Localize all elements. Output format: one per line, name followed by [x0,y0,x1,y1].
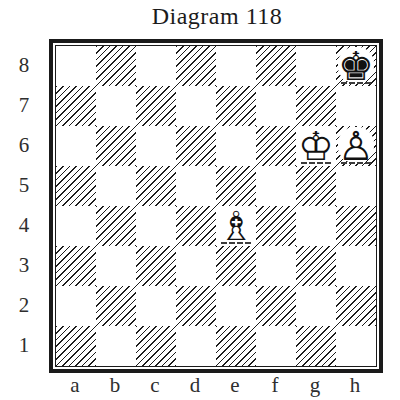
square-e1 [216,326,256,366]
square-g4 [296,206,336,246]
square-e4: ♗ [216,206,256,246]
square-g7 [296,86,336,126]
square-c2 [136,286,176,326]
square-h2 [336,286,376,326]
diagram-title: Diagram 118 [48,3,386,30]
square-g6: ♔ [296,126,336,166]
square-a2 [56,286,96,326]
rank-label-1: 1 [8,325,40,365]
square-f5 [256,166,296,206]
rank-label-4: 4 [8,205,40,245]
square-f2 [256,286,296,326]
square-c6 [136,126,176,166]
file-label-f: f [255,372,295,398]
square-b5 [96,166,136,206]
file-labels: abcdefgh [55,372,375,398]
square-c8 [136,46,176,86]
white-pawn: ♙ [338,126,374,166]
square-b8 [96,46,136,86]
square-e2 [216,286,256,326]
square-f6 [256,126,296,166]
square-g8 [296,46,336,86]
square-a3 [56,246,96,286]
rank-label-2: 2 [8,285,40,325]
square-c4 [136,206,176,246]
square-e7 [216,86,256,126]
rank-label-8: 8 [8,45,40,85]
square-b7 [96,86,136,126]
square-f1 [256,326,296,366]
file-label-c: c [135,372,175,398]
square-h7 [336,86,376,126]
square-c1 [136,326,176,366]
square-g3 [296,246,336,286]
square-d2 [176,286,216,326]
square-d4 [176,206,216,246]
square-f7 [256,86,296,126]
rank-label-5: 5 [8,165,40,205]
square-e3 [216,246,256,286]
square-b2 [96,286,136,326]
rank-labels: 87654321 [8,45,40,365]
file-label-d: d [175,372,215,398]
square-a6 [56,126,96,166]
file-label-b: b [95,372,135,398]
square-d5 [176,166,216,206]
square-d1 [176,326,216,366]
square-f4 [256,206,296,246]
file-label-e: e [215,372,255,398]
white-king: ♔ [298,126,334,166]
square-e8 [216,46,256,86]
square-e6 [216,126,256,166]
square-b6 [96,126,136,166]
square-b4 [96,206,136,246]
square-c7 [136,86,176,126]
diagram-page: Diagram 118 87654321 ♚♔♙♗ abcdefgh [0,0,400,400]
square-h5 [336,166,376,206]
square-d7 [176,86,216,126]
square-a4 [56,206,96,246]
rank-label-3: 3 [8,245,40,285]
rank-label-7: 7 [8,85,40,125]
square-b1 [96,326,136,366]
square-g2 [296,286,336,326]
white-bishop: ♗ [218,206,254,246]
square-a7 [56,86,96,126]
chess-board: ♚♔♙♗ [55,45,377,367]
square-b3 [96,246,136,286]
square-h1 [336,326,376,366]
square-a1 [56,326,96,366]
file-label-h: h [335,372,375,398]
square-f3 [256,246,296,286]
square-h8: ♚ [336,46,376,86]
square-c3 [136,246,176,286]
square-d6 [176,126,216,166]
square-g5 [296,166,336,206]
square-d8 [176,46,216,86]
square-e5 [216,166,256,206]
file-label-g: g [295,372,335,398]
square-c5 [136,166,176,206]
square-h6: ♙ [336,126,376,166]
file-label-a: a [55,372,95,398]
square-f8 [256,46,296,86]
black-king: ♚ [338,46,374,86]
square-g1 [296,326,336,366]
square-h3 [336,246,376,286]
square-h4 [336,206,376,246]
square-a5 [56,166,96,206]
rank-label-6: 6 [8,125,40,165]
square-a8 [56,46,96,86]
square-d3 [176,246,216,286]
